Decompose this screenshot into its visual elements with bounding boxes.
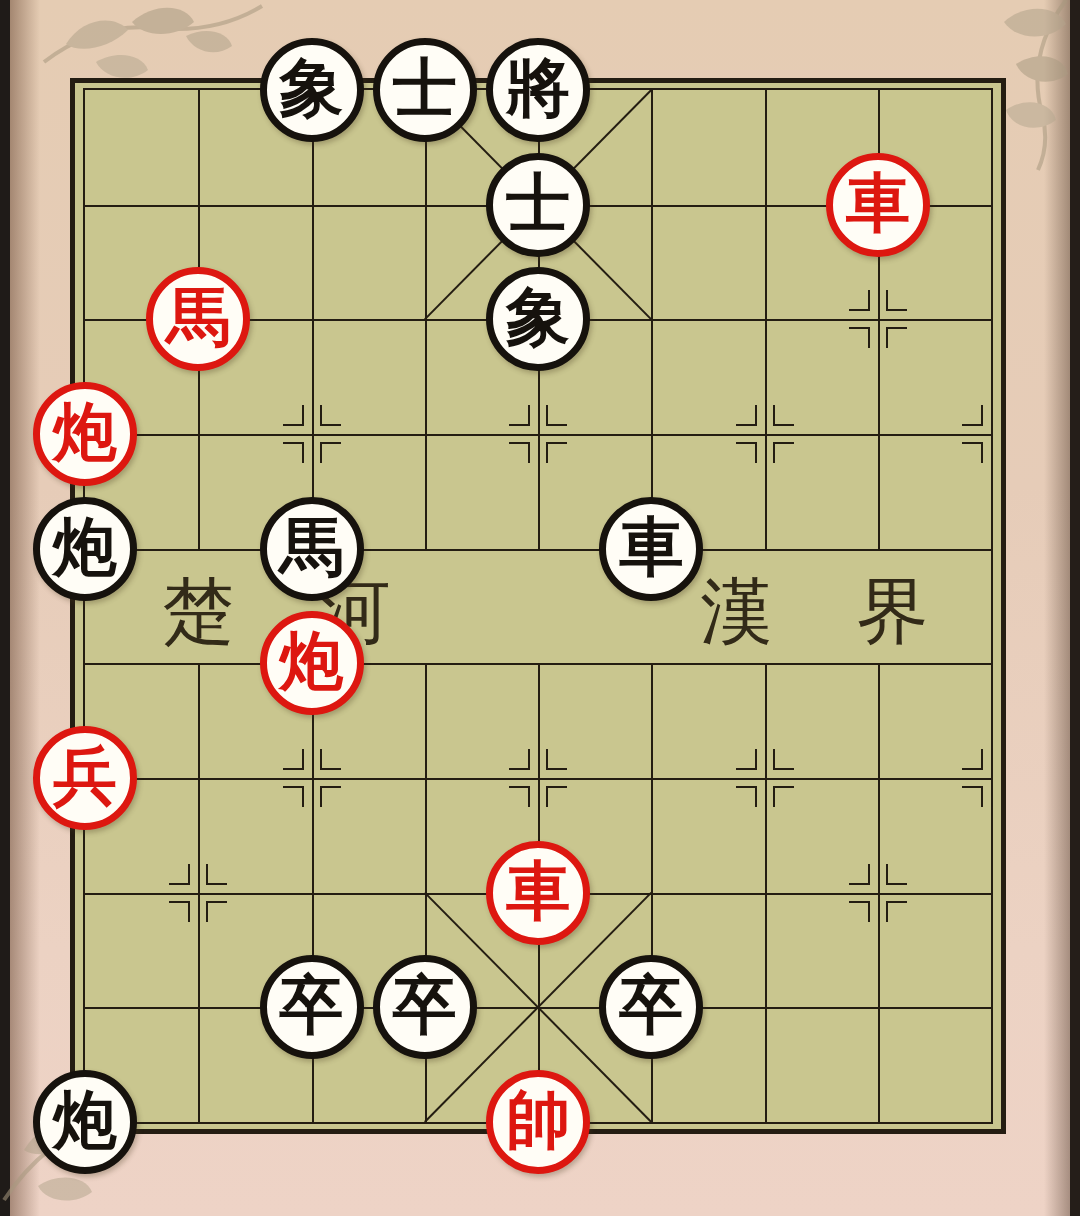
piece-glyph: 馬 (166, 285, 230, 349)
piece-black-general[interactable]: 將 (486, 38, 590, 142)
piece-glyph: 士 (506, 171, 570, 235)
piece-glyph: 兵 (53, 744, 117, 808)
piece-red-horse[interactable]: 馬 (146, 267, 250, 371)
piece-black-soldier[interactable]: 卒 (260, 955, 364, 1059)
right-edge-strip (1070, 0, 1080, 1216)
xiangqi-board: 楚河漢界 象士將士車馬象炮炮馬車炮兵車卒卒卒炮帥 (70, 78, 1006, 1134)
pieces-layer: 象士將士車馬象炮炮馬車炮兵車卒卒卒炮帥 (85, 90, 991, 1122)
piece-glyph: 車 (506, 859, 570, 923)
piece-black-soldier[interactable]: 卒 (373, 955, 477, 1059)
piece-glyph: 炮 (53, 1088, 117, 1152)
piece-black-elephant[interactable]: 象 (260, 38, 364, 142)
piece-glyph: 車 (846, 171, 910, 235)
piece-glyph: 炮 (53, 400, 117, 464)
piece-black-elephant[interactable]: 象 (486, 267, 590, 371)
piece-red-cannon[interactable]: 炮 (260, 611, 364, 715)
piece-glyph: 象 (280, 56, 344, 120)
board-inner-border: 楚河漢界 象士將士車馬象炮炮馬車炮兵車卒卒卒炮帥 (83, 88, 993, 1124)
piece-black-advisor[interactable]: 士 (373, 38, 477, 142)
piece-glyph: 士 (393, 56, 457, 120)
piece-glyph: 炮 (280, 629, 344, 693)
piece-glyph: 帥 (506, 1088, 570, 1152)
piece-black-cannon[interactable]: 炮 (33, 1070, 137, 1174)
piece-red-soldier[interactable]: 兵 (33, 726, 137, 830)
piece-red-cannon[interactable]: 炮 (33, 382, 137, 486)
piece-black-soldier[interactable]: 卒 (599, 955, 703, 1059)
piece-black-horse[interactable]: 馬 (260, 497, 364, 601)
app-background: 楚河漢界 象士將士車馬象炮炮馬車炮兵車卒卒卒炮帥 (0, 0, 1080, 1216)
right-edge-shade (1044, 0, 1070, 1216)
piece-black-advisor[interactable]: 士 (486, 153, 590, 257)
piece-glyph: 炮 (53, 515, 117, 579)
piece-glyph: 馬 (280, 515, 344, 579)
piece-glyph: 卒 (619, 973, 683, 1037)
piece-red-chariot[interactable]: 車 (486, 841, 590, 945)
piece-red-chariot[interactable]: 車 (826, 153, 930, 257)
piece-black-chariot[interactable]: 車 (599, 497, 703, 601)
piece-glyph: 象 (506, 285, 570, 349)
piece-black-cannon[interactable]: 炮 (33, 497, 137, 601)
piece-red-general[interactable]: 帥 (486, 1070, 590, 1174)
piece-glyph: 卒 (280, 973, 344, 1037)
piece-glyph: 將 (506, 56, 570, 120)
piece-glyph: 卒 (393, 973, 457, 1037)
piece-glyph: 車 (619, 515, 683, 579)
